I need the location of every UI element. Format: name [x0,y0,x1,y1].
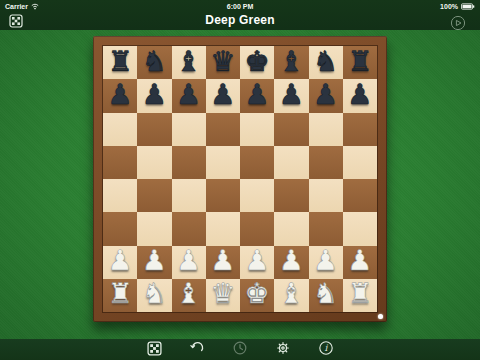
piece-black-pawn: ♟ [108,81,133,109]
square-h3[interactable] [343,212,377,245]
square-a8[interactable]: ♜ [103,46,137,79]
board-icon [147,341,162,359]
square-g5[interactable] [309,146,343,179]
square-g8[interactable]: ♞ [309,46,343,79]
piece-black-knight: ♞ [142,48,167,76]
piece-white-queen: ♛ [210,280,235,308]
square-d8[interactable]: ♛ [206,46,240,79]
square-b5[interactable] [137,146,171,179]
square-g3[interactable] [309,212,343,245]
square-c6[interactable] [172,113,206,146]
square-d3[interactable] [206,212,240,245]
square-e1[interactable]: ♚ [240,279,274,312]
square-b4[interactable] [137,179,171,212]
square-e8[interactable]: ♚ [240,46,274,79]
piece-white-pawn: ♟ [347,247,372,275]
square-h8[interactable]: ♜ [343,46,377,79]
square-h7[interactable]: ♟ [343,79,377,112]
square-a4[interactable] [103,179,137,212]
clock-time: 6:00 PM [0,3,480,10]
square-d7[interactable]: ♟ [206,79,240,112]
square-h5[interactable] [343,146,377,179]
piece-white-rook: ♜ [108,280,133,308]
info-icon: i [318,340,334,359]
square-c2[interactable]: ♟ [172,246,206,279]
square-c1[interactable]: ♝ [172,279,206,312]
chess-board-squares: ♜♞♝♛♚♝♞♜♟♟♟♟♟♟♟♟♟♟♟♟♟♟♟♟♜♞♝♛♚♝♞♜ [103,46,377,312]
page-title: Deep Green [0,13,480,27]
square-a7[interactable]: ♟ [103,79,137,112]
square-f8[interactable]: ♝ [274,46,308,79]
undo-icon [189,340,205,359]
piece-black-queen: ♛ [210,48,235,76]
piece-black-pawn: ♟ [210,81,235,109]
square-e7[interactable]: ♟ [240,79,274,112]
square-a6[interactable] [103,113,137,146]
status-bar: Carrier 6:00 PM 100% [0,0,480,12]
square-c3[interactable] [172,212,206,245]
square-h4[interactable] [343,179,377,212]
square-a3[interactable] [103,212,137,245]
piece-black-pawn: ♟ [279,81,304,109]
square-f1[interactable]: ♝ [274,279,308,312]
square-d1[interactable]: ♛ [206,279,240,312]
piece-white-rook: ♜ [347,280,372,308]
undo-button[interactable] [189,342,205,358]
square-b2[interactable]: ♟ [137,246,171,279]
square-h1[interactable]: ♜ [343,279,377,312]
square-d2[interactable]: ♟ [206,246,240,279]
play-circle-icon [450,19,466,34]
piece-black-rook: ♜ [108,48,133,76]
square-f4[interactable] [274,179,308,212]
piece-black-pawn: ♟ [245,81,270,109]
square-c4[interactable] [172,179,206,212]
piece-white-knight: ♞ [313,280,338,308]
piece-white-bishop: ♝ [176,280,201,308]
info-button[interactable]: i [318,342,334,358]
square-e6[interactable] [240,113,274,146]
svg-text:i: i [325,343,329,353]
square-b6[interactable] [137,113,171,146]
square-a5[interactable] [103,146,137,179]
piece-black-bishop: ♝ [176,48,201,76]
square-d6[interactable] [206,113,240,146]
square-b8[interactable]: ♞ [137,46,171,79]
square-f5[interactable] [274,146,308,179]
chess-board: ♜♞♝♛♚♝♞♜♟♟♟♟♟♟♟♟♟♟♟♟♟♟♟♟♜♞♝♛♚♝♞♜ [93,36,387,322]
square-f6[interactable] [274,113,308,146]
square-f7[interactable]: ♟ [274,79,308,112]
square-d4[interactable] [206,179,240,212]
turn-indicator-white [378,314,383,319]
square-h6[interactable] [343,113,377,146]
square-h2[interactable]: ♟ [343,246,377,279]
piece-white-pawn: ♟ [279,247,304,275]
square-e5[interactable] [240,146,274,179]
bottom-toolbar: i [0,339,480,360]
play-button[interactable] [450,15,466,31]
gear-icon [275,340,291,359]
piece-white-pawn: ♟ [108,247,133,275]
square-g6[interactable] [309,113,343,146]
clock-button[interactable] [232,342,248,358]
piece-white-pawn: ♟ [210,247,235,275]
square-e3[interactable] [240,212,274,245]
piece-white-pawn: ♟ [176,247,201,275]
square-a1[interactable]: ♜ [103,279,137,312]
nav-bar: Deep Green [0,12,480,31]
piece-black-king: ♚ [245,48,270,76]
square-b3[interactable] [137,212,171,245]
square-f2[interactable]: ♟ [274,246,308,279]
square-g2[interactable]: ♟ [309,246,343,279]
piece-black-pawn: ♟ [142,81,167,109]
top-bars: Carrier 6:00 PM 100% Deep Green [0,0,480,30]
square-g1[interactable]: ♞ [309,279,343,312]
square-b7[interactable]: ♟ [137,79,171,112]
piece-white-knight: ♞ [142,280,167,308]
square-f3[interactable] [274,212,308,245]
piece-white-king: ♚ [245,280,270,308]
piece-black-knight: ♞ [313,48,338,76]
square-a2[interactable]: ♟ [103,246,137,279]
board-button[interactable] [146,342,162,358]
square-b1[interactable]: ♞ [137,279,171,312]
piece-black-rook: ♜ [347,48,372,76]
square-c5[interactable] [172,146,206,179]
piece-white-pawn: ♟ [142,247,167,275]
piece-black-pawn: ♟ [347,81,372,109]
piece-white-pawn: ♟ [313,247,338,275]
square-g7[interactable]: ♟ [309,79,343,112]
square-c7[interactable]: ♟ [172,79,206,112]
piece-black-pawn: ♟ [313,81,338,109]
piece-white-pawn: ♟ [245,247,270,275]
clock-icon [232,340,248,359]
piece-white-bishop: ♝ [279,280,304,308]
square-e2[interactable]: ♟ [240,246,274,279]
square-d5[interactable] [206,146,240,179]
square-g4[interactable] [309,179,343,212]
piece-black-bishop: ♝ [279,48,304,76]
settings-button[interactable] [275,342,291,358]
square-e4[interactable] [240,179,274,212]
square-c8[interactable]: ♝ [172,46,206,79]
piece-black-pawn: ♟ [176,81,201,109]
